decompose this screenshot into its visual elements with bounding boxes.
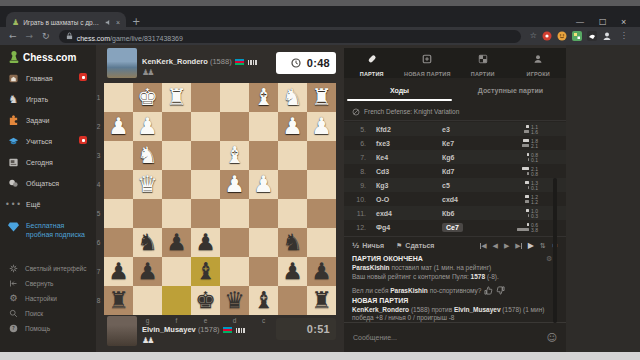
browser-tab-strip: ♟ Играть в шахматы с друзья… × + — □ ×	[0, 6, 640, 27]
black-rook[interactable]: ♜	[104, 286, 133, 315]
connection-signal-icon	[236, 328, 245, 333]
puzzle-icon	[8, 115, 19, 126]
chesscom-favicon: ♟	[12, 18, 19, 27]
sidebar-item-label: Помощь	[25, 325, 50, 332]
extension-grid-icon[interactable]	[572, 31, 582, 41]
white-move[interactable]: O-O	[376, 196, 442, 203]
square-e7[interactable]: ♝	[191, 257, 220, 286]
square-e5[interactable]	[191, 199, 220, 228]
white-bishop[interactable]: ♝	[220, 141, 249, 170]
tab-label: ИГРОКИ	[527, 71, 550, 77]
white-move[interactable]: exd4	[376, 210, 442, 217]
white-pawn[interactable]: ♟	[133, 112, 162, 141]
sidebar-item-label: Ещё	[26, 201, 40, 208]
move-number: 5.	[344, 126, 366, 133]
sidebar-item-Ещё[interactable]: •••Ещё	[0, 194, 96, 215]
square-e6[interactable]: ♟	[191, 228, 220, 257]
opening-row[interactable]: French Defense: Knight Variation	[344, 103, 566, 121]
address-bar[interactable]: chess.com/game/live/8317438369	[59, 30, 521, 43]
rank-label-1: 1	[94, 83, 103, 112]
square-g4[interactable]: ♛	[133, 170, 162, 199]
square-h1[interactable]	[104, 83, 133, 112]
move-list: 5.Кfd2e31.11.66.fxe3Кe71.82.17.Кe4Кg60.8…	[344, 122, 566, 234]
game-over-rating-line: Ваш новый рейтинг с контролем Пуля: 1578…	[352, 273, 552, 281]
next-move-button[interactable]: ▶	[504, 242, 509, 250]
square-a4[interactable]	[307, 170, 336, 199]
news-icon	[8, 157, 19, 168]
move-row: 8.Сd3Кd72.10.8	[344, 164, 566, 178]
square-d5[interactable]	[220, 199, 249, 228]
square-g7[interactable]: ♟	[133, 257, 162, 286]
white-bishop[interactable]: ♝	[249, 83, 278, 112]
sidebar-item-Учиться[interactable]: Учиться	[0, 131, 96, 152]
black-rook[interactable]: ♜	[307, 286, 336, 315]
square-g1[interactable]: ♚	[133, 83, 162, 112]
square-a1[interactable]: ♜	[307, 83, 336, 112]
square-d7[interactable]	[220, 257, 249, 286]
square-d1[interactable]	[220, 83, 249, 112]
black-bishop[interactable]: ♝	[191, 257, 220, 286]
forward-icon[interactable]: →	[26, 32, 34, 41]
padlock-icon	[66, 32, 73, 40]
collapse-icon	[8, 278, 19, 289]
move-number: 10.	[344, 196, 366, 203]
tab-label: ПАРТИИ	[471, 71, 495, 77]
square-f3[interactable]	[162, 141, 191, 170]
move-row: 9.Кg3c51.30.1	[344, 178, 566, 192]
square-c1[interactable]: ♝	[249, 83, 278, 112]
square-f1[interactable]: ♜	[162, 83, 191, 112]
sidebar-item-label: Учиться	[26, 138, 52, 145]
black-pawn[interactable]: ♟	[191, 228, 220, 257]
black-knight[interactable]: ♞	[278, 228, 307, 257]
sidebar-item-Задачи[interactable]: Задачи	[0, 110, 96, 131]
square-d6[interactable]	[220, 228, 249, 257]
white-move[interactable]: Кfd2	[376, 126, 442, 133]
square-b1[interactable]: ♞	[278, 83, 307, 112]
white-queen[interactable]: ♛	[133, 170, 162, 199]
logo-text: Chess.com	[23, 52, 76, 63]
sidebar-item-label: Играть	[26, 96, 48, 103]
white-rook[interactable]: ♜	[162, 83, 191, 112]
resign-button[interactable]: ⚑Сдаться	[396, 242, 434, 250]
player-clock: 0:51	[276, 318, 336, 340]
draw-button[interactable]: ½Ничья	[352, 242, 384, 250]
sidebar-item-Главная[interactable]: Главная	[0, 68, 96, 89]
thumbs-up-icon[interactable]	[484, 286, 493, 295]
square-g3[interactable]: ♞	[133, 141, 162, 170]
new-game-stakes-line: победа +8 / ничья 0 / проигрыш -8	[352, 314, 552, 322]
trial-banner[interactable]: Бесплатная пробная подписка	[0, 215, 96, 245]
move-times: 1.82.1	[500, 139, 552, 148]
player-info: Elvin_Musayev (1578) ♟♟	[142, 318, 245, 345]
move-row: 7.Кe4Кg60.80.1	[344, 150, 566, 164]
black-move[interactable]: c5	[442, 182, 500, 189]
panel-tabs: ПАРТИЯНОВАЯ ПАРТИЯПАРТИИИГРОКИ	[344, 48, 566, 78]
black-bishop[interactable]: ♝	[249, 286, 278, 315]
captured-pieces-bottom: ♟♟	[142, 336, 245, 345]
player-clock-time: 0:51	[307, 323, 330, 335]
square-a3[interactable]	[307, 141, 336, 170]
square-f5[interactable]	[162, 199, 191, 228]
game-over-heading: ПАРТИЯ ОКОНЧЕНА	[352, 255, 423, 262]
file-label-c: c	[249, 316, 278, 325]
browser-window: ♟ Играть в шахматы с друзья… × + — □ × ←…	[0, 0, 640, 360]
square-b7[interactable]: ♟	[278, 257, 307, 286]
square-h6[interactable]	[104, 228, 133, 257]
sidebar: Chess.com Главная♞ИгратьЗадачиУчитьсяСег…	[0, 45, 96, 352]
square-c4[interactable]: ♟	[249, 170, 278, 199]
chess-board: ♚♜♝♞♜♟♟♟♟♞♝♛♟♟♞♟♟♞♟♟♝♟♟♜♚♛♝♜	[104, 83, 336, 315]
sidebar-item-Общаться[interactable]: Общаться	[0, 173, 96, 194]
square-g8[interactable]	[133, 286, 162, 315]
move-times: 0.63.8	[500, 223, 552, 232]
move-row: 11.exd4Кb61.00.3	[344, 206, 566, 220]
tab-ПАРТИЯ[interactable]: ПАРТИЯ	[344, 48, 400, 78]
emoji-smiley-icon[interactable]: ☺	[547, 332, 557, 343]
sidebar-item-Помощь[interactable]: ?Помощь	[0, 321, 96, 336]
move-times: 1.00.3	[500, 209, 552, 218]
sportsmanship-question: Вел ли себя ParasKishin по-спортивному?	[352, 286, 552, 295]
sidebar-item-label: Свернуть	[25, 280, 54, 287]
sidebar-item-label: Общаться	[26, 180, 59, 187]
square-a8[interactable]: ♜	[307, 286, 336, 315]
browser-menu-icon[interactable]: ⋮	[620, 32, 628, 40]
square-f8[interactable]	[162, 286, 191, 315]
help-icon: ?	[8, 323, 19, 334]
white-move[interactable]: Фg4	[376, 224, 442, 231]
square-h5[interactable]	[104, 199, 133, 228]
sidebar-item-label: Поиск	[25, 310, 43, 317]
square-a6[interactable]	[307, 228, 336, 257]
rank-label-5: 5	[94, 199, 103, 228]
previous-move-button[interactable]: ◀	[493, 242, 498, 250]
rank-label-7: 7	[94, 257, 103, 286]
move-number: 11.	[344, 210, 366, 217]
rank-label-8: 8	[94, 286, 103, 315]
chat-input-row[interactable]: Сообщение... ☺	[344, 322, 566, 352]
light-ui-icon	[8, 263, 19, 274]
chat-input-placeholder: Сообщение...	[353, 334, 547, 341]
sidebar-footer-items: Светлый интерфейсСвернуть⚙НастройкиПоиск…	[0, 261, 96, 336]
square-c6[interactable]	[249, 228, 278, 257]
white-pawn[interactable]: ♟	[220, 170, 249, 199]
square-a5[interactable]	[307, 199, 336, 228]
sidebar-item-Свернуть[interactable]: Свернуть	[0, 276, 96, 291]
game-over-result-line: ParasKishin поставил мат (1 мин. на рейт…	[352, 264, 552, 272]
game-over-settings-icon[interactable]: ⚙	[546, 255, 552, 263]
home-icon	[8, 73, 19, 84]
autoplay-button[interactable]: ▶	[528, 241, 534, 250]
reload-icon[interactable]: ↻	[42, 32, 50, 41]
white-knight[interactable]: ♞	[133, 141, 162, 170]
flip-board-button[interactable]: ⇅	[540, 242, 546, 250]
move-times: 1.21.2	[500, 195, 552, 204]
rank-label-6: 6	[94, 228, 103, 257]
opponent-rating: (1588)	[210, 57, 232, 66]
opening-name: French Defense: Knight Variation	[364, 108, 459, 115]
square-e1[interactable]	[191, 83, 220, 112]
rank-label-4: 4	[94, 170, 103, 199]
extension-adblock-icon[interactable]	[542, 31, 552, 41]
black-knight[interactable]: ♞	[133, 228, 162, 257]
sidebar-item-label: Настройки	[25, 295, 57, 302]
player-avatar[interactable]	[107, 316, 137, 346]
white-move[interactable]: Сd3	[376, 168, 442, 175]
profile-avatar-icon[interactable]	[602, 31, 612, 41]
game-controls: ½Ничья ⚑Сдаться ◀ ◀ ▶ ▶ ▶ ⇅ ⚙	[344, 236, 566, 254]
square-g6[interactable]: ♞	[133, 228, 162, 257]
square-c8[interactable]: ♝	[249, 286, 278, 315]
square-h4[interactable]	[104, 170, 133, 199]
square-b3[interactable]	[278, 141, 307, 170]
black-move[interactable]: cxd4	[442, 196, 500, 203]
square-b4[interactable]	[278, 170, 307, 199]
square-f6[interactable]: ♟	[162, 228, 191, 257]
move-number: 8.	[344, 168, 366, 175]
square-c5[interactable]	[249, 199, 278, 228]
square-b2[interactable]: ♟	[278, 112, 307, 141]
notification-badge	[79, 136, 87, 144]
white-move[interactable]: Кg3	[376, 182, 442, 189]
square-d2[interactable]	[220, 112, 249, 141]
extension-dark-icon[interactable]	[587, 31, 597, 41]
player-name[interactable]: Elvin_Musayev (1578)	[142, 325, 245, 334]
white-pawn[interactable]: ♟	[278, 112, 307, 141]
azerbaijan-flag-icon	[223, 327, 232, 333]
search-icon	[8, 308, 19, 319]
white-pawn[interactable]: ♟	[104, 112, 133, 141]
black-move[interactable]: Кd7	[442, 168, 500, 175]
sidebar-item-Светлый интерфейс[interactable]: Светлый интерфейс	[0, 261, 96, 276]
tab-close-icon[interactable]: ×	[116, 19, 120, 26]
square-f4[interactable]	[162, 170, 191, 199]
game-panel: ПАРТИЯНОВАЯ ПАРТИЯПАРТИИИГРОКИ ХодыДосту…	[344, 48, 566, 352]
resign-flag-icon: ⚑	[396, 242, 402, 250]
black-pawn[interactable]: ♟	[307, 257, 336, 286]
opponent-name[interactable]: KenKerk_Rondero (1588)	[142, 57, 257, 66]
sidebar-item-label: Задачи	[26, 117, 50, 124]
square-d8[interactable]: ♛	[220, 286, 249, 315]
black-move[interactable]: Сe7	[442, 224, 500, 231]
square-h2[interactable]: ♟	[104, 112, 133, 141]
opponent-avatar[interactable]	[107, 48, 137, 78]
black-pawn[interactable]: ♟	[133, 257, 162, 286]
last-move-button[interactable]: ▶	[515, 242, 521, 250]
square-c7[interactable]	[249, 257, 278, 286]
square-h3[interactable]	[104, 141, 133, 170]
sidebar-item-label: Сегодня	[26, 159, 53, 166]
black-pawn[interactable]: ♟	[104, 257, 133, 286]
bullet-icon	[367, 50, 377, 68]
back-icon[interactable]: ←	[9, 32, 17, 41]
move-row: 12.Фg4Сe70.63.8	[344, 220, 566, 234]
subtab-Доступные партии[interactable]: Доступные партии	[455, 78, 566, 102]
black-king[interactable]: ♚	[191, 286, 220, 315]
move-row: 5.Кfd2e31.11.6	[344, 122, 566, 136]
opponent-clock: 0:48	[276, 52, 336, 74]
new-game-heading: НОВАЯ ПАРТИЯ	[352, 297, 408, 304]
square-b8[interactable]	[278, 286, 307, 315]
tab-audio-icon[interactable]	[105, 19, 112, 26]
square-c3[interactable]	[249, 141, 278, 170]
trial-label: Бесплатная пробная подписка	[26, 221, 88, 239]
tab-ПАРТИИ[interactable]: ПАРТИИ	[455, 48, 511, 78]
move-navigation: ◀ ◀ ▶ ▶ ▶ ⇅ ⚙	[480, 241, 558, 250]
opening-book-icon	[352, 108, 360, 116]
square-b6[interactable]: ♞	[278, 228, 307, 257]
page-right-margin	[566, 45, 640, 352]
azerbaijan-flag-icon	[235, 59, 244, 65]
opponent-clock-time: 0:48	[307, 57, 330, 69]
sidebar-items: Главная♞ИгратьЗадачиУчитьсяСегодняОбщать…	[0, 68, 96, 215]
white-knight[interactable]: ♞	[278, 83, 307, 112]
black-move[interactable]: Кe7	[442, 140, 500, 147]
move-times: 1.11.6	[500, 125, 552, 134]
taskbar	[0, 352, 640, 360]
square-e3[interactable]	[191, 141, 220, 170]
white-move[interactable]: fxe3	[376, 140, 442, 147]
black-pawn[interactable]: ♟	[162, 228, 191, 257]
tab-title: Играть в шахматы с друзья…	[23, 19, 101, 26]
square-g5[interactable]	[133, 199, 162, 228]
bookmark-star-icon[interactable]: ☆	[530, 32, 537, 40]
black-move[interactable]: Кg6	[442, 154, 500, 161]
square-a2[interactable]: ♟	[307, 112, 336, 141]
sidebar-item-Играть[interactable]: ♞Играть	[0, 89, 96, 110]
sidebar-item-Сегодня[interactable]: Сегодня	[0, 152, 96, 173]
url-path: /game/live/8317438369	[110, 35, 183, 42]
square-e8[interactable]: ♚	[191, 286, 220, 315]
tab-ИГРОКИ[interactable]: ИГРОКИ	[511, 48, 567, 78]
move-number: 6.	[344, 140, 366, 147]
move-row: 6.fxe3Кe71.82.1	[344, 136, 566, 150]
players-icon	[533, 50, 543, 68]
black-pawn[interactable]: ♟	[278, 257, 307, 286]
sidebar-item-Настройки[interactable]: ⚙Настройки	[0, 291, 96, 306]
diamond-icon	[8, 221, 19, 232]
sidebar-item-label: Светлый интерфейс	[25, 265, 86, 272]
move-times: 2.10.8	[500, 167, 552, 176]
white-king[interactable]: ♚	[133, 83, 162, 112]
opponent-info: KenKerk_Rondero (1588) ♟♟	[142, 50, 257, 77]
square-f2[interactable]	[162, 112, 191, 141]
active-subtab-underline	[347, 99, 452, 101]
more-icon: •••	[8, 199, 19, 210]
games-icon	[478, 50, 488, 68]
black-move[interactable]: Кb6	[442, 210, 500, 217]
tab-label: НОВАЯ ПАРТИЯ	[404, 71, 451, 77]
social-icon	[8, 178, 19, 189]
chesscom-pawn-icon	[8, 50, 20, 64]
white-pawn[interactable]: ♟	[307, 112, 336, 141]
connection-signal-icon	[248, 60, 257, 65]
first-move-button[interactable]: ◀	[480, 242, 486, 250]
url-domain: chess.com	[77, 35, 110, 42]
square-b5[interactable]	[278, 199, 307, 228]
move-number: 7.	[344, 154, 366, 161]
square-e2[interactable]	[191, 112, 220, 141]
new-game-players-line: KenKerk_Rondero (1588) против Elvin_Musa…	[352, 306, 552, 314]
new-tab-button[interactable]: +	[132, 16, 140, 27]
captured-pieces-top: ♟♟	[142, 68, 257, 77]
player-rating: (1578)	[198, 325, 220, 334]
thumbs-down-icon[interactable]	[496, 286, 505, 295]
learn-icon	[8, 136, 19, 147]
tab-label: ПАРТИЯ	[360, 71, 384, 77]
square-g2[interactable]: ♟	[133, 112, 162, 141]
white-pawn[interactable]: ♟	[249, 170, 278, 199]
square-h7[interactable]: ♟	[104, 257, 133, 286]
play-knight-icon: ♞	[8, 94, 19, 105]
move-times: 0.80.1	[500, 153, 552, 162]
settings-icon: ⚙	[8, 293, 19, 304]
sidebar-item-Поиск[interactable]: Поиск	[0, 306, 96, 321]
move-times: 1.30.1	[500, 181, 552, 190]
tab-НОВАЯ ПАРТИЯ[interactable]: НОВАЯ ПАРТИЯ	[400, 48, 456, 78]
svg-text:?: ?	[12, 325, 15, 331]
panel-scrollbar[interactable]	[553, 178, 557, 323]
move-number: 12.	[344, 224, 366, 231]
white-rook[interactable]: ♜	[307, 83, 336, 112]
move-number: 9.	[344, 182, 366, 189]
current-move-highlight: Сe7	[442, 223, 463, 232]
square-d3[interactable]: ♝	[220, 141, 249, 170]
sidebar-item-label: Главная	[26, 75, 53, 82]
browser-toolbar: ← → ↻ chess.com/game/live/8317438369 ☆ ⋮	[0, 27, 640, 45]
square-e4[interactable]	[191, 170, 220, 199]
white-move[interactable]: Кe4	[376, 154, 442, 161]
rank-label-3: 3	[94, 141, 103, 170]
extension-emoji-icon[interactable]	[557, 31, 567, 41]
square-a7[interactable]: ♟	[307, 257, 336, 286]
square-c2[interactable]	[249, 112, 278, 141]
square-f7[interactable]	[162, 257, 191, 286]
notification-badge	[79, 73, 87, 81]
rank-label-2: 2	[94, 112, 103, 141]
black-move[interactable]: e3	[442, 126, 500, 133]
square-d4[interactable]: ♟	[220, 170, 249, 199]
move-row: 10.O-Ocxd41.21.2	[344, 192, 566, 206]
square-h8[interactable]: ♜	[104, 286, 133, 315]
new-game-icon	[422, 50, 432, 68]
clock-icon	[291, 58, 301, 68]
black-queen[interactable]: ♛	[220, 286, 249, 315]
chesscom-logo[interactable]: Chess.com	[0, 45, 96, 68]
